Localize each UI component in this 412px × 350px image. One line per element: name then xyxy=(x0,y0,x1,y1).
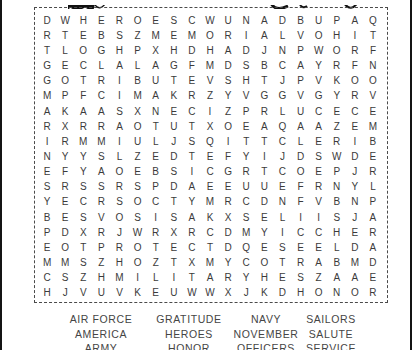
grid-cell[interactable]: R xyxy=(110,13,128,28)
grid-cell[interactable]: E xyxy=(291,240,309,255)
grid-cell[interactable]: T xyxy=(255,74,273,89)
grid-cell[interactable]: R xyxy=(364,165,382,180)
grid-cell[interactable]: O xyxy=(129,13,147,28)
grid-cell[interactable]: Y xyxy=(56,149,74,164)
grid-cell[interactable]: E xyxy=(92,13,110,28)
grid-cell[interactable]: N xyxy=(328,286,346,301)
grid-cell[interactable]: A xyxy=(255,119,273,134)
grid-cell[interactable]: Q xyxy=(273,119,291,134)
grid-cell[interactable]: E xyxy=(38,165,56,180)
grid-cell[interactable]: R xyxy=(219,271,237,286)
grid-cell[interactable]: I xyxy=(129,271,147,286)
grid-cell[interactable]: I xyxy=(255,149,273,164)
grid-cell[interactable]: C xyxy=(183,240,201,255)
grid-cell[interactable]: B xyxy=(364,134,382,149)
grid-cell[interactable]: T xyxy=(183,271,201,286)
grid-cell[interactable]: A xyxy=(291,58,309,73)
grid-cell[interactable]: Y xyxy=(219,89,237,104)
grid-cell[interactable]: L xyxy=(110,149,128,164)
grid-cell[interactable]: E xyxy=(74,28,92,43)
grid-cell[interactable]: C xyxy=(183,104,201,119)
grid-cell[interactable]: G xyxy=(310,89,328,104)
grid-cell[interactable]: H xyxy=(74,13,92,28)
grid-cell[interactable]: M xyxy=(92,134,110,149)
grid-cell[interactable]: D xyxy=(237,43,255,58)
grid-cell[interactable]: I xyxy=(147,210,165,225)
grid-cell[interactable]: T xyxy=(183,149,201,164)
grid-cell[interactable]: P xyxy=(129,43,147,58)
grid-cell[interactable]: D xyxy=(291,149,309,164)
grid-cell[interactable]: T xyxy=(147,240,165,255)
grid-cell[interactable]: T xyxy=(255,134,273,149)
grid-cell[interactable]: A xyxy=(364,240,382,255)
grid-cell[interactable]: V xyxy=(201,74,219,89)
grid-cell[interactable]: H xyxy=(237,74,255,89)
grid-cell[interactable]: R xyxy=(38,119,56,134)
grid-cell[interactable]: O xyxy=(219,119,237,134)
grid-cell[interactable]: R xyxy=(328,134,346,149)
grid-cell[interactable]: E xyxy=(147,13,165,28)
grid-cell[interactable]: I xyxy=(110,134,128,149)
grid-cell[interactable]: F xyxy=(346,58,364,73)
grid-cell[interactable]: F xyxy=(219,149,237,164)
grid-cell[interactable]: U xyxy=(310,13,328,28)
grid-cell[interactable]: Q xyxy=(364,13,382,28)
grid-cell[interactable]: A xyxy=(255,13,273,28)
grid-cell[interactable]: E xyxy=(364,104,382,119)
grid-cell[interactable]: R xyxy=(364,225,382,240)
grid-cell[interactable]: R xyxy=(147,225,165,240)
grid-cell[interactable]: B xyxy=(328,195,346,210)
grid-cell[interactable]: P xyxy=(291,74,309,89)
grid-cell[interactable]: F xyxy=(291,195,309,210)
grid-cell[interactable]: C xyxy=(92,89,110,104)
grid-cell[interactable]: S xyxy=(219,74,237,89)
grid-cell[interactable]: M xyxy=(56,256,74,271)
grid-cell[interactable]: J xyxy=(273,149,291,164)
grid-cell[interactable]: T xyxy=(364,28,382,43)
grid-cell[interactable]: Y xyxy=(74,149,92,164)
grid-cell[interactable]: U xyxy=(165,286,183,301)
grid-cell[interactable]: M xyxy=(237,225,255,240)
grid-cell[interactable]: G xyxy=(38,58,56,73)
grid-cell[interactable]: X xyxy=(56,119,74,134)
grid-cell[interactable]: I xyxy=(291,210,309,225)
grid-cell[interactable]: Z xyxy=(328,119,346,134)
grid-cell[interactable]: H xyxy=(110,43,128,58)
grid-cell[interactable]: N xyxy=(273,43,291,58)
grid-cell[interactable]: Z xyxy=(201,89,219,104)
grid-cell[interactable]: X xyxy=(201,119,219,134)
grid-cell[interactable]: Y xyxy=(255,225,273,240)
grid-cell[interactable]: J xyxy=(273,74,291,89)
grid-cell[interactable]: L xyxy=(273,210,291,225)
grid-cell[interactable]: D xyxy=(255,195,273,210)
grid-cell[interactable]: D xyxy=(273,286,291,301)
grid-cell[interactable]: N xyxy=(328,180,346,195)
grid-cell[interactable]: E xyxy=(201,149,219,164)
grid-cell[interactable]: H xyxy=(328,28,346,43)
grid-cell[interactable]: Z xyxy=(129,28,147,43)
grid-cell[interactable]: O xyxy=(255,256,273,271)
grid-cell[interactable]: R xyxy=(346,43,364,58)
grid-cell[interactable]: E xyxy=(255,210,273,225)
grid-cell[interactable]: A xyxy=(219,43,237,58)
grid-cell[interactable]: P xyxy=(328,13,346,28)
grid-cell[interactable]: G xyxy=(165,58,183,73)
grid-cell[interactable]: A xyxy=(346,13,364,28)
grid-cell[interactable]: S xyxy=(110,195,128,210)
grid-cell[interactable]: G xyxy=(273,89,291,104)
grid-cell[interactable]: R xyxy=(110,180,128,195)
grid-cell[interactable]: R xyxy=(237,165,255,180)
grid-cell[interactable]: I xyxy=(165,271,183,286)
grid-cell[interactable]: O xyxy=(129,240,147,255)
grid-cell[interactable]: C xyxy=(237,256,255,271)
grid-cell[interactable]: F xyxy=(56,165,74,180)
grid-cell[interactable]: O xyxy=(310,286,328,301)
grid-cell[interactable]: S xyxy=(165,165,183,180)
grid-cell[interactable]: C xyxy=(273,165,291,180)
grid-cell[interactable]: J xyxy=(56,286,74,301)
grid-cell[interactable]: C xyxy=(291,225,309,240)
grid-cell[interactable]: S xyxy=(183,134,201,149)
grid-cell[interactable]: S xyxy=(129,180,147,195)
grid-cell[interactable]: K xyxy=(328,74,346,89)
grid-cell[interactable]: V xyxy=(92,210,110,225)
grid-cell[interactable]: R xyxy=(219,195,237,210)
grid-cell[interactable]: V xyxy=(237,89,255,104)
grid-cell[interactable]: O xyxy=(201,28,219,43)
grid-cell[interactable]: O xyxy=(364,74,382,89)
grid-cell[interactable]: E xyxy=(255,240,273,255)
grid-cell[interactable]: I xyxy=(110,89,128,104)
grid-cell[interactable]: R xyxy=(364,286,382,301)
grid-cell[interactable]: T xyxy=(165,195,183,210)
grid-cell[interactable]: S xyxy=(74,210,92,225)
grid-cell[interactable]: M xyxy=(110,271,128,286)
grid-cell[interactable]: J xyxy=(237,286,255,301)
grid-cell[interactable]: U xyxy=(237,180,255,195)
grid-cell[interactable]: E xyxy=(310,165,328,180)
grid-cell[interactable]: V xyxy=(310,195,328,210)
grid-cell[interactable]: E xyxy=(147,149,165,164)
grid-cell[interactable]: Z xyxy=(129,149,147,164)
grid-cell[interactable]: B xyxy=(147,165,165,180)
grid-cell[interactable]: O xyxy=(56,74,74,89)
grid-cell[interactable]: R xyxy=(56,180,74,195)
grid-cell[interactable]: A xyxy=(110,58,128,73)
grid-cell[interactable]: I xyxy=(273,225,291,240)
grid-cell[interactable]: R xyxy=(328,58,346,73)
grid-cell[interactable]: E xyxy=(273,180,291,195)
grid-cell[interactable]: F xyxy=(74,89,92,104)
grid-cell[interactable]: S xyxy=(165,210,183,225)
grid-cell[interactable]: D xyxy=(346,149,364,164)
grid-cell[interactable]: U xyxy=(165,119,183,134)
grid-cell[interactable]: R xyxy=(74,119,92,134)
grid-cell[interactable]: V xyxy=(74,286,92,301)
grid-cell[interactable]: W xyxy=(201,286,219,301)
grid-cell[interactable]: A xyxy=(92,104,110,119)
grid-cell[interactable]: M xyxy=(38,256,56,271)
grid-cell[interactable]: T xyxy=(183,119,201,134)
grid-cell[interactable]: I xyxy=(219,134,237,149)
grid-cell[interactable]: M xyxy=(74,134,92,149)
grid-cell[interactable]: H xyxy=(92,271,110,286)
grid-cell[interactable]: Q xyxy=(237,240,255,255)
grid-cell[interactable]: C xyxy=(201,165,219,180)
grid-cell[interactable]: S xyxy=(74,180,92,195)
grid-cell[interactable]: E xyxy=(310,134,328,149)
grid-cell[interactable]: R xyxy=(183,89,201,104)
grid-cell[interactable]: P xyxy=(38,225,56,240)
grid-cell[interactable]: Y xyxy=(328,89,346,104)
grid-cell[interactable]: S xyxy=(310,149,328,164)
grid-cell[interactable]: A xyxy=(38,104,56,119)
grid-cell[interactable]: A xyxy=(147,89,165,104)
grid-cell[interactable]: C xyxy=(147,195,165,210)
grid-cell[interactable]: X xyxy=(129,104,147,119)
grid-cell[interactable]: S xyxy=(291,271,309,286)
grid-cell[interactable]: A xyxy=(364,210,382,225)
grid-cell[interactable]: Y xyxy=(183,195,201,210)
grid-cell[interactable]: K xyxy=(255,286,273,301)
grid-cell[interactable]: E xyxy=(165,28,183,43)
grid-cell[interactable]: N xyxy=(147,104,165,119)
grid-cell[interactable]: H xyxy=(255,271,273,286)
grid-cell[interactable]: L xyxy=(92,58,110,73)
grid-cell[interactable]: B xyxy=(291,13,309,28)
grid-cell[interactable]: W xyxy=(183,286,201,301)
grid-cell[interactable]: P xyxy=(364,195,382,210)
grid-cell[interactable]: Y xyxy=(346,180,364,195)
grid-cell[interactable]: I xyxy=(310,210,328,225)
grid-cell[interactable]: S xyxy=(56,271,74,286)
grid-cell[interactable]: R xyxy=(92,225,110,240)
grid-cell[interactable]: W xyxy=(56,13,74,28)
grid-cell[interactable]: Z xyxy=(147,256,165,271)
grid-cell[interactable]: E xyxy=(273,271,291,286)
grid-cell[interactable]: B xyxy=(129,74,147,89)
grid-cell[interactable]: E xyxy=(56,195,74,210)
grid-cell[interactable]: U xyxy=(291,104,309,119)
grid-cell[interactable]: M xyxy=(183,28,201,43)
grid-cell[interactable]: O xyxy=(346,286,364,301)
grid-cell[interactable]: E xyxy=(364,149,382,164)
grid-cell[interactable]: W xyxy=(129,225,147,240)
grid-cell[interactable]: V xyxy=(364,89,382,104)
grid-cell[interactable]: E xyxy=(310,240,328,255)
grid-cell[interactable]: E xyxy=(219,180,237,195)
grid-cell[interactable]: D xyxy=(183,43,201,58)
grid-cell[interactable]: S xyxy=(92,149,110,164)
grid-cell[interactable]: C xyxy=(74,58,92,73)
grid-cell[interactable]: Z xyxy=(310,271,328,286)
grid-cell[interactable]: N xyxy=(237,13,255,28)
grid-cell[interactable]: A xyxy=(92,165,110,180)
grid-cell[interactable]: O xyxy=(291,165,309,180)
grid-cell[interactable]: U xyxy=(129,134,147,149)
grid-cell[interactable]: Z xyxy=(74,271,92,286)
grid-cell[interactable]: R xyxy=(92,195,110,210)
grid-cell[interactable]: D xyxy=(38,13,56,28)
grid-cell[interactable]: O xyxy=(129,256,147,271)
grid-cell[interactable]: N xyxy=(273,195,291,210)
grid-cell[interactable]: R xyxy=(219,28,237,43)
grid-cell[interactable]: A xyxy=(346,271,364,286)
grid-cell[interactable]: H xyxy=(165,43,183,58)
grid-cell[interactable]: L xyxy=(328,240,346,255)
grid-cell[interactable]: R xyxy=(291,256,309,271)
grid-cell[interactable]: E xyxy=(328,104,346,119)
grid-cell[interactable]: C xyxy=(183,13,201,28)
grid-cell[interactable]: R xyxy=(92,119,110,134)
grid-cell[interactable]: R xyxy=(110,240,128,255)
grid-cell[interactable]: E xyxy=(56,58,74,73)
grid-cell[interactable]: H xyxy=(291,286,309,301)
grid-cell[interactable]: R xyxy=(310,180,328,195)
grid-cell[interactable]: J xyxy=(255,43,273,58)
grid-cell[interactable]: I xyxy=(38,134,56,149)
grid-cell[interactable]: C xyxy=(201,225,219,240)
grid-cell[interactable]: R xyxy=(255,104,273,119)
grid-cell[interactable]: S xyxy=(237,210,255,225)
grid-cell[interactable]: W xyxy=(328,149,346,164)
grid-cell[interactable]: U xyxy=(219,13,237,28)
grid-cell[interactable]: B xyxy=(328,256,346,271)
grid-cell[interactable]: E xyxy=(346,225,364,240)
grid-cell[interactable]: S xyxy=(92,180,110,195)
grid-cell[interactable]: M xyxy=(129,89,147,104)
grid-cell[interactable]: X xyxy=(165,225,183,240)
grid-cell[interactable]: R xyxy=(38,28,56,43)
grid-cell[interactable]: B xyxy=(92,28,110,43)
grid-cell[interactable]: A xyxy=(74,104,92,119)
grid-cell[interactable]: D xyxy=(165,180,183,195)
grid-cell[interactable]: C xyxy=(310,104,328,119)
grid-cell[interactable]: I xyxy=(183,165,201,180)
grid-cell[interactable]: D xyxy=(219,240,237,255)
grid-cell[interactable]: I xyxy=(346,28,364,43)
grid-cell[interactable]: T xyxy=(38,43,56,58)
grid-cell[interactable]: K xyxy=(129,286,147,301)
grid-cell[interactable]: T xyxy=(56,28,74,43)
grid-cell[interactable]: Y xyxy=(219,256,237,271)
grid-cell[interactable]: A xyxy=(255,28,273,43)
grid-cell[interactable]: X xyxy=(219,210,237,225)
grid-cell[interactable]: N xyxy=(346,195,364,210)
grid-cell[interactable]: E xyxy=(165,104,183,119)
grid-cell[interactable]: V xyxy=(310,74,328,89)
grid-cell[interactable]: M xyxy=(201,195,219,210)
grid-cell[interactable]: H xyxy=(201,43,219,58)
grid-cell[interactable]: O xyxy=(74,43,92,58)
grid-cell[interactable]: O xyxy=(129,195,147,210)
grid-cell[interactable]: P xyxy=(291,43,309,58)
grid-cell[interactable]: G xyxy=(219,165,237,180)
grid-cell[interactable]: M xyxy=(201,58,219,73)
grid-cell[interactable]: S xyxy=(110,28,128,43)
grid-cell[interactable]: P xyxy=(237,104,255,119)
grid-cell[interactable]: M xyxy=(201,256,219,271)
grid-cell[interactable]: L xyxy=(129,58,147,73)
grid-cell[interactable]: Y xyxy=(237,271,255,286)
grid-cell[interactable]: T xyxy=(165,74,183,89)
grid-cell[interactable]: Z xyxy=(92,256,110,271)
grid-cell[interactable]: E xyxy=(183,74,201,89)
grid-cell[interactable]: P xyxy=(328,165,346,180)
grid-cell[interactable]: E xyxy=(129,165,147,180)
grid-cell[interactable]: D xyxy=(364,256,382,271)
grid-cell[interactable]: A xyxy=(310,256,328,271)
grid-cell[interactable]: A xyxy=(147,58,165,73)
grid-cell[interactable]: O xyxy=(310,28,328,43)
grid-cell[interactable]: U xyxy=(92,286,110,301)
grid-cell[interactable]: J xyxy=(346,165,364,180)
grid-cell[interactable]: E xyxy=(165,240,183,255)
grid-cell[interactable]: B xyxy=(38,210,56,225)
grid-cell[interactable]: M xyxy=(147,28,165,43)
grid-cell[interactable]: D xyxy=(165,149,183,164)
grid-cell[interactable]: O xyxy=(110,165,128,180)
grid-cell[interactable]: S xyxy=(273,240,291,255)
grid-cell[interactable]: E xyxy=(56,210,74,225)
grid-cell[interactable]: P xyxy=(56,89,74,104)
grid-cell[interactable]: C xyxy=(237,195,255,210)
grid-cell[interactable]: F xyxy=(364,43,382,58)
grid-cell[interactable]: J xyxy=(346,210,364,225)
grid-cell[interactable]: A xyxy=(183,180,201,195)
grid-cell[interactable]: E xyxy=(147,286,165,301)
grid-cell[interactable]: Y xyxy=(38,195,56,210)
grid-cell[interactable]: E xyxy=(346,119,364,134)
grid-cell[interactable]: L xyxy=(147,134,165,149)
grid-cell[interactable]: X xyxy=(74,225,92,240)
grid-cell[interactable]: H xyxy=(38,286,56,301)
grid-cell[interactable]: A xyxy=(310,119,328,134)
grid-cell[interactable]: S xyxy=(129,210,147,225)
grid-cell[interactable]: Y xyxy=(237,149,255,164)
grid-cell[interactable]: C xyxy=(273,58,291,73)
grid-cell[interactable]: T xyxy=(237,134,255,149)
grid-cell[interactable]: S xyxy=(328,210,346,225)
grid-cell[interactable]: F xyxy=(291,180,309,195)
grid-cell[interactable]: G xyxy=(38,74,56,89)
grid-cell[interactable]: N xyxy=(38,149,56,164)
grid-cell[interactable]: K xyxy=(201,210,219,225)
grid-cell[interactable]: M xyxy=(364,119,382,134)
grid-cell[interactable]: S xyxy=(110,104,128,119)
grid-cell[interactable]: E xyxy=(364,271,382,286)
grid-cell[interactable]: A xyxy=(201,271,219,286)
grid-cell[interactable]: W xyxy=(201,13,219,28)
grid-cell[interactable]: K xyxy=(165,89,183,104)
grid-cell[interactable]: R xyxy=(346,89,364,104)
grid-cell[interactable]: E xyxy=(237,119,255,134)
grid-cell[interactable]: G xyxy=(255,89,273,104)
grid-cell[interactable]: P xyxy=(92,240,110,255)
grid-cell[interactable]: D xyxy=(273,13,291,28)
grid-cell[interactable]: M xyxy=(346,256,364,271)
grid-cell[interactable]: C xyxy=(74,195,92,210)
grid-cell[interactable]: J xyxy=(110,225,128,240)
grid-cell[interactable]: C xyxy=(346,104,364,119)
grid-cell[interactable]: L xyxy=(364,180,382,195)
grid-cell[interactable]: R xyxy=(92,74,110,89)
grid-cell[interactable]: L xyxy=(147,271,165,286)
grid-cell[interactable]: O xyxy=(110,210,128,225)
